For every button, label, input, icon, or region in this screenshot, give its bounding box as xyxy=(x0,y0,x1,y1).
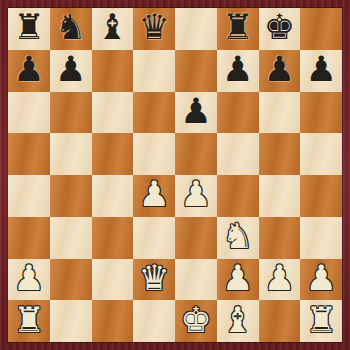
square-b5[interactable] xyxy=(50,133,92,175)
square-a8[interactable]: ♜ xyxy=(8,8,50,50)
square-c7[interactable] xyxy=(92,50,134,92)
square-h2[interactable]: ♟ xyxy=(300,259,342,301)
square-g4[interactable] xyxy=(259,175,301,217)
piece-white-pawn: ♟ xyxy=(264,259,295,299)
square-a7[interactable]: ♟ xyxy=(8,50,50,92)
square-d7[interactable] xyxy=(133,50,175,92)
square-a4[interactable] xyxy=(8,175,50,217)
square-h1[interactable]: ♜ xyxy=(300,300,342,342)
piece-white-knight: ♞ xyxy=(222,217,253,257)
square-f4[interactable] xyxy=(217,175,259,217)
square-e3[interactable] xyxy=(175,217,217,259)
square-d1[interactable] xyxy=(133,300,175,342)
square-e7[interactable] xyxy=(175,50,217,92)
square-a1[interactable]: ♜ xyxy=(8,300,50,342)
square-e1[interactable]: ♚ xyxy=(175,300,217,342)
piece-black-queen: ♛ xyxy=(138,8,169,48)
piece-black-king: ♚ xyxy=(264,8,295,48)
piece-black-pawn: ♟ xyxy=(222,50,253,90)
square-e6[interactable]: ♟ xyxy=(175,92,217,134)
square-f3[interactable]: ♞ xyxy=(217,217,259,259)
square-b8[interactable]: ♞ xyxy=(50,8,92,50)
square-e5[interactable] xyxy=(175,133,217,175)
square-g5[interactable] xyxy=(259,133,301,175)
piece-white-pawn: ♟ xyxy=(305,259,336,299)
square-c5[interactable] xyxy=(92,133,134,175)
square-b2[interactable] xyxy=(50,259,92,301)
square-f8[interactable]: ♜ xyxy=(217,8,259,50)
square-c1[interactable] xyxy=(92,300,134,342)
piece-white-pawn: ♟ xyxy=(138,175,169,215)
piece-black-pawn: ♟ xyxy=(13,50,44,90)
piece-black-rook: ♜ xyxy=(222,8,253,48)
square-d5[interactable] xyxy=(133,133,175,175)
piece-white-pawn: ♟ xyxy=(13,259,44,299)
square-b6[interactable] xyxy=(50,92,92,134)
piece-white-bishop: ♝ xyxy=(222,300,253,340)
square-d2[interactable]: ♛ xyxy=(133,259,175,301)
square-d6[interactable] xyxy=(133,92,175,134)
piece-white-rook: ♜ xyxy=(305,300,336,340)
board-frame: ♜♞♝♛♜♚♟♟♟♟♟♟♟♟♞♟♛♟♟♟♜♚♝♜ xyxy=(0,0,350,350)
square-a6[interactable] xyxy=(8,92,50,134)
piece-white-rook: ♜ xyxy=(13,300,44,340)
square-d8[interactable]: ♛ xyxy=(133,8,175,50)
square-c4[interactable] xyxy=(92,175,134,217)
square-g3[interactable] xyxy=(259,217,301,259)
square-c8[interactable]: ♝ xyxy=(92,8,134,50)
square-h7[interactable]: ♟ xyxy=(300,50,342,92)
square-e2[interactable] xyxy=(175,259,217,301)
square-h3[interactable] xyxy=(300,217,342,259)
piece-white-pawn: ♟ xyxy=(222,259,253,299)
square-h8[interactable] xyxy=(300,8,342,50)
piece-black-pawn: ♟ xyxy=(180,92,211,132)
square-c3[interactable] xyxy=(92,217,134,259)
piece-black-bishop: ♝ xyxy=(97,8,128,48)
square-h4[interactable] xyxy=(300,175,342,217)
square-c6[interactable] xyxy=(92,92,134,134)
square-f7[interactable]: ♟ xyxy=(217,50,259,92)
square-g1[interactable] xyxy=(259,300,301,342)
square-e8[interactable] xyxy=(175,8,217,50)
square-h5[interactable] xyxy=(300,133,342,175)
square-e4[interactable]: ♟ xyxy=(175,175,217,217)
square-g6[interactable] xyxy=(259,92,301,134)
square-f1[interactable]: ♝ xyxy=(217,300,259,342)
square-b1[interactable] xyxy=(50,300,92,342)
square-d4[interactable]: ♟ xyxy=(133,175,175,217)
square-g7[interactable]: ♟ xyxy=(259,50,301,92)
square-f6[interactable] xyxy=(217,92,259,134)
piece-black-pawn: ♟ xyxy=(305,50,336,90)
square-c2[interactable] xyxy=(92,259,134,301)
square-b4[interactable] xyxy=(50,175,92,217)
piece-black-rook: ♜ xyxy=(13,8,44,48)
square-f5[interactable] xyxy=(217,133,259,175)
piece-white-king: ♚ xyxy=(180,300,211,340)
piece-black-pawn: ♟ xyxy=(55,50,86,90)
square-a2[interactable]: ♟ xyxy=(8,259,50,301)
piece-white-pawn: ♟ xyxy=(180,175,211,215)
piece-black-knight: ♞ xyxy=(55,8,86,48)
square-b7[interactable]: ♟ xyxy=(50,50,92,92)
square-g8[interactable]: ♚ xyxy=(259,8,301,50)
square-a5[interactable] xyxy=(8,133,50,175)
square-f2[interactable]: ♟ xyxy=(217,259,259,301)
square-d3[interactable] xyxy=(133,217,175,259)
chess-board: ♜♞♝♛♜♚♟♟♟♟♟♟♟♟♞♟♛♟♟♟♜♚♝♜ xyxy=(8,8,342,342)
piece-black-pawn: ♟ xyxy=(264,50,295,90)
square-a3[interactable] xyxy=(8,217,50,259)
square-b3[interactable] xyxy=(50,217,92,259)
piece-white-queen: ♛ xyxy=(138,259,169,299)
square-h6[interactable] xyxy=(300,92,342,134)
square-g2[interactable]: ♟ xyxy=(259,259,301,301)
